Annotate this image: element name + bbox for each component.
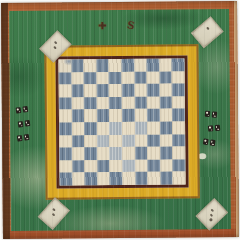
board-square[interactable]	[84, 110, 97, 123]
board-square[interactable]	[172, 96, 185, 109]
dice-motif	[205, 111, 217, 118]
board-square[interactable]	[109, 59, 122, 72]
board-square[interactable]	[58, 59, 71, 72]
board-square[interactable]	[59, 122, 72, 135]
board-square[interactable]	[135, 134, 148, 147]
board-square[interactable]	[134, 71, 147, 84]
gameboard: ✚ S	[1, 1, 239, 239]
board-square[interactable]	[84, 84, 97, 97]
board-square[interactable]	[59, 97, 72, 110]
board-square[interactable]	[71, 85, 84, 98]
board-square[interactable]	[110, 147, 123, 160]
paint-chip	[198, 153, 206, 159]
board-square[interactable]	[97, 122, 110, 135]
board-square[interactable]	[59, 135, 72, 148]
board-square[interactable]	[109, 72, 122, 85]
board-square[interactable]	[72, 147, 85, 160]
board-square[interactable]	[109, 122, 122, 135]
board-photo: ✚ S	[0, 0, 240, 240]
board-square[interactable]	[147, 59, 160, 72]
board-square[interactable]	[122, 84, 135, 97]
cross-motif: ✚	[98, 21, 106, 31]
board-square[interactable]	[85, 160, 98, 173]
board-square[interactable]	[85, 173, 98, 186]
board-square[interactable]	[110, 160, 123, 173]
board-square[interactable]	[135, 122, 148, 135]
board-square[interactable]	[97, 147, 110, 160]
board-square[interactable]	[160, 122, 173, 135]
board-square[interactable]	[97, 160, 110, 173]
board-square[interactable]	[135, 160, 148, 173]
board-square[interactable]	[59, 72, 72, 85]
board-square[interactable]	[97, 172, 110, 185]
board-square[interactable]	[159, 71, 172, 84]
board-square[interactable]	[84, 97, 97, 110]
board-square[interactable]	[135, 147, 148, 160]
board-square[interactable]	[72, 135, 85, 148]
board-square[interactable]	[147, 71, 160, 84]
board-square[interactable]	[71, 97, 84, 110]
board-square[interactable]	[122, 97, 135, 110]
board-square[interactable]	[159, 84, 172, 97]
board-square[interactable]	[84, 135, 97, 148]
board-square[interactable]	[122, 172, 135, 185]
board-square[interactable]	[134, 97, 147, 110]
board-square[interactable]	[121, 59, 134, 72]
dice-motif	[208, 125, 220, 132]
checkerboard	[55, 55, 188, 188]
board-square[interactable]	[59, 85, 72, 98]
board-square[interactable]	[172, 109, 185, 122]
board-square[interactable]	[173, 172, 186, 185]
board-square[interactable]	[109, 97, 122, 110]
board-square[interactable]	[148, 159, 161, 172]
board-square[interactable]	[110, 135, 123, 148]
board-square[interactable]	[122, 122, 135, 135]
board-square[interactable]	[160, 134, 173, 147]
board-square[interactable]	[147, 96, 160, 109]
board-square[interactable]	[160, 147, 173, 160]
board-square[interactable]	[110, 172, 123, 185]
board-square[interactable]	[84, 72, 97, 85]
board-square[interactable]	[173, 159, 186, 172]
board-square[interactable]	[135, 109, 148, 122]
board-square[interactable]	[59, 173, 72, 186]
board-square[interactable]	[109, 109, 122, 122]
board-square[interactable]	[122, 160, 135, 173]
board-square[interactable]	[72, 173, 85, 186]
board-square[interactable]	[147, 147, 160, 160]
board-square[interactable]	[72, 110, 85, 123]
board-square[interactable]	[71, 59, 84, 72]
board-square[interactable]	[147, 109, 160, 122]
board-square[interactable]	[97, 109, 110, 122]
board-square[interactable]	[97, 135, 110, 148]
board-square[interactable]	[59, 110, 72, 123]
board-square[interactable]	[160, 109, 173, 122]
board-square[interactable]	[96, 84, 109, 97]
board-square[interactable]	[122, 147, 135, 160]
board-square[interactable]	[122, 71, 135, 84]
board-square[interactable]	[84, 122, 97, 135]
board-square[interactable]	[96, 59, 109, 72]
board-square[interactable]	[84, 59, 97, 72]
board-square[interactable]	[134, 59, 147, 72]
board-square[interactable]	[135, 172, 148, 185]
board-square[interactable]	[148, 172, 161, 185]
board-square[interactable]	[159, 59, 172, 72]
board-square[interactable]	[160, 96, 173, 109]
board-square[interactable]	[134, 84, 147, 97]
board-square[interactable]	[72, 122, 85, 135]
board-square[interactable]	[122, 134, 135, 147]
board-square[interactable]	[172, 58, 185, 71]
board-square[interactable]	[96, 72, 109, 85]
board-square[interactable]	[160, 159, 173, 172]
board-square[interactable]	[173, 134, 186, 147]
board-square[interactable]	[97, 97, 110, 110]
board-square[interactable]	[172, 121, 185, 134]
board-square[interactable]	[59, 160, 72, 173]
board-square[interactable]	[147, 134, 160, 147]
board-square[interactable]	[109, 84, 122, 97]
board-square[interactable]	[84, 147, 97, 160]
board-square[interactable]	[147, 84, 160, 97]
board-square[interactable]	[173, 147, 186, 160]
board-square[interactable]	[172, 71, 185, 84]
board-square[interactable]	[59, 148, 72, 161]
board-square[interactable]	[147, 122, 160, 135]
board-square[interactable]	[71, 72, 84, 85]
board-square[interactable]	[160, 172, 173, 185]
board-square[interactable]	[72, 160, 85, 173]
board-square[interactable]	[172, 84, 185, 97]
board-square[interactable]	[122, 109, 135, 122]
